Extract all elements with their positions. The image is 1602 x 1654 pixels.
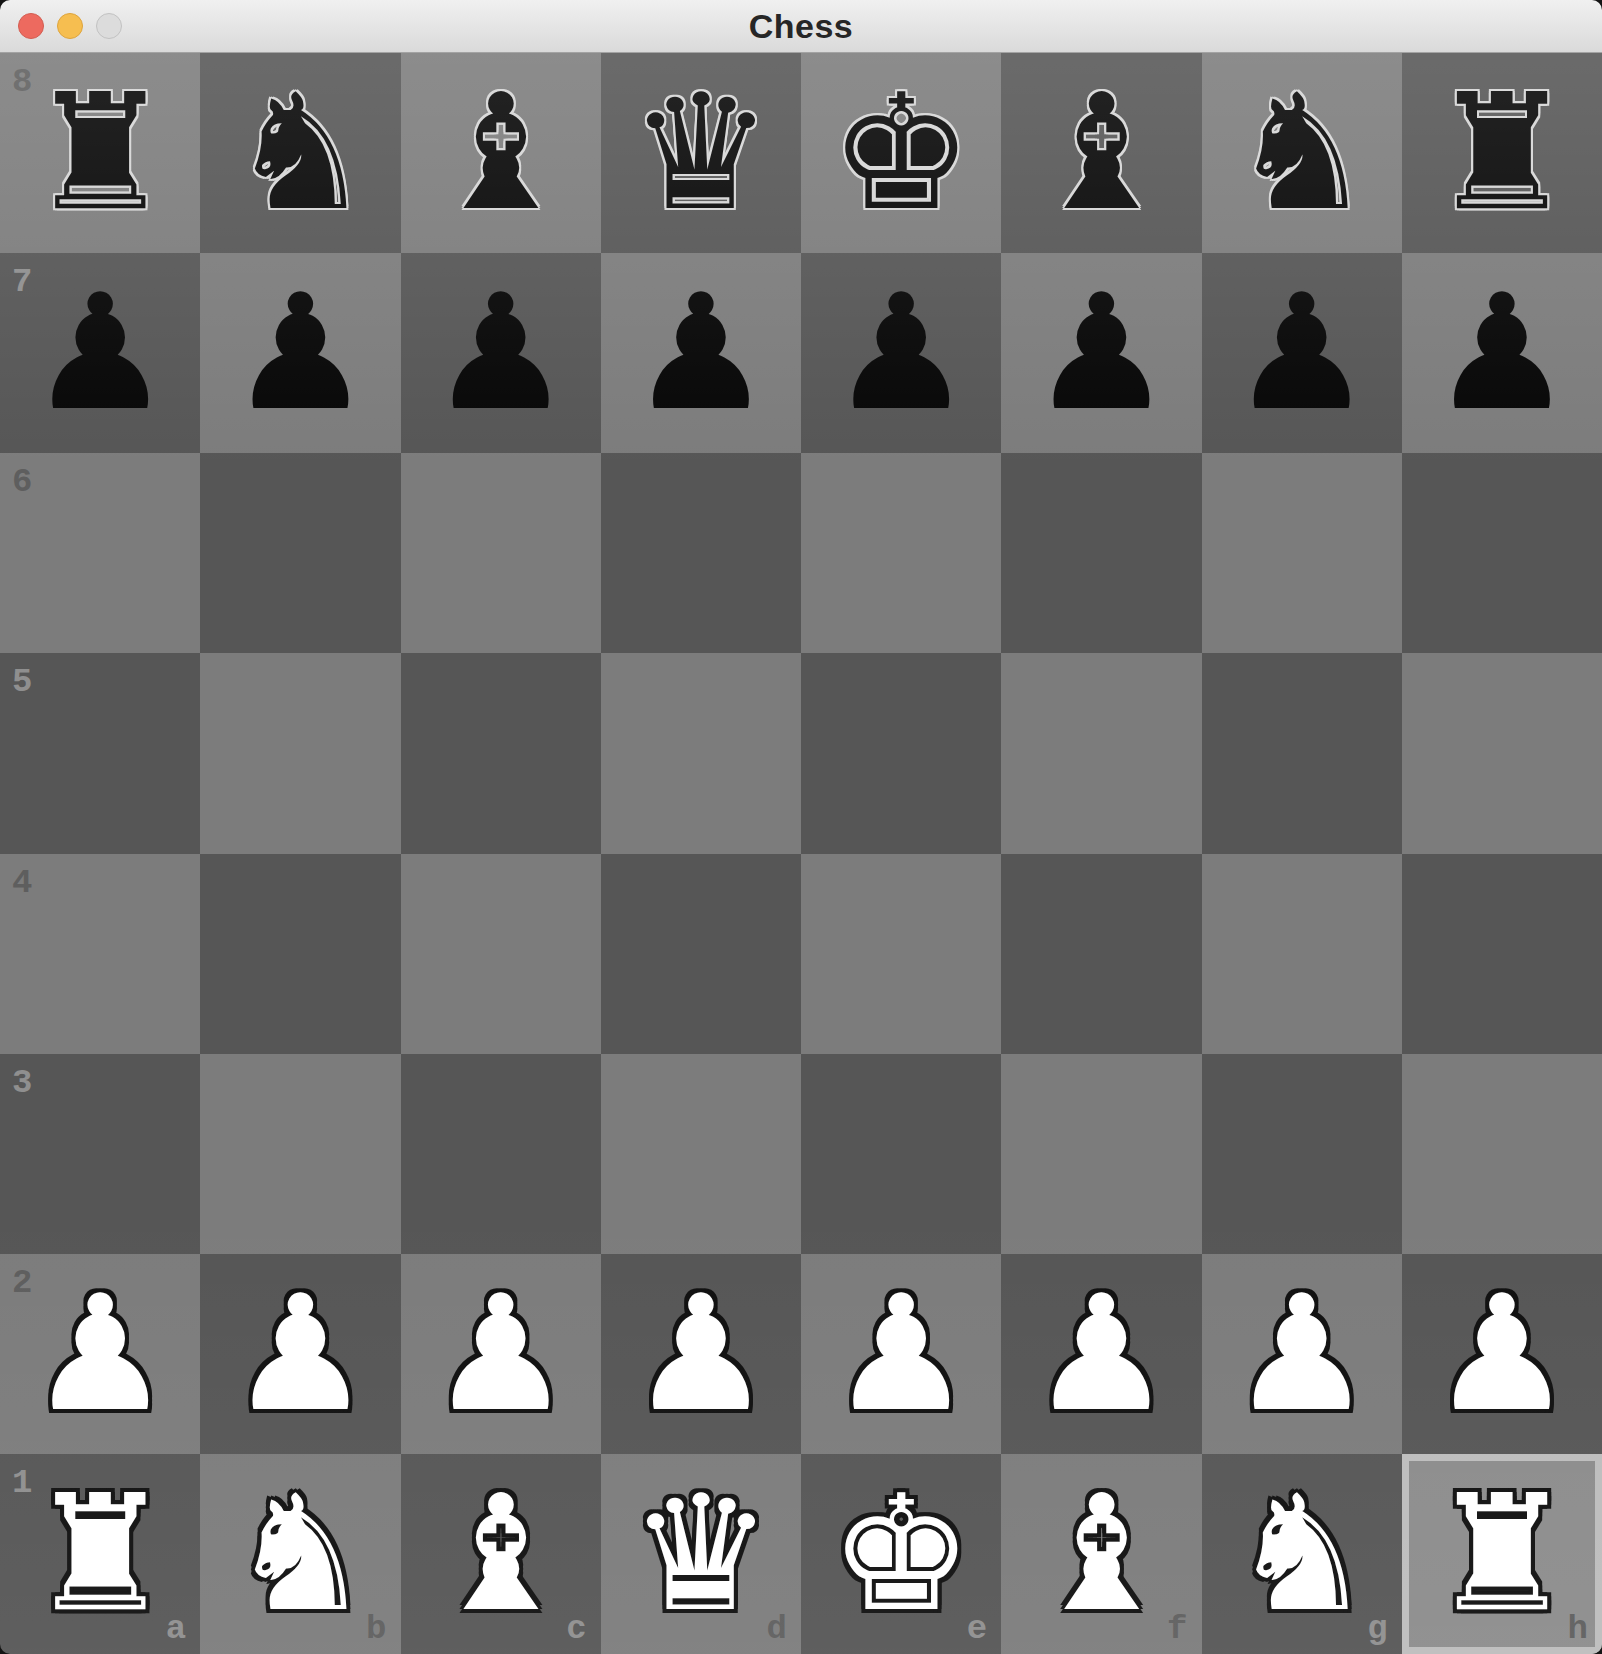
white-rook[interactable]: ♜ <box>1430 1474 1573 1634</box>
square-a4[interactable]: 4 <box>0 854 200 1054</box>
square-b5[interactable] <box>200 653 400 853</box>
square-b1[interactable]: b♞ <box>200 1454 400 1654</box>
square-e7[interactable]: ♟ <box>801 253 1001 453</box>
square-b2[interactable]: ♟ <box>200 1254 400 1454</box>
white-rook[interactable]: ♜ <box>28 1474 171 1634</box>
white-queen[interactable]: ♛ <box>629 1474 772 1634</box>
square-f1[interactable]: f♝ <box>1001 1454 1201 1654</box>
square-h2[interactable]: ♟ <box>1402 1254 1602 1454</box>
square-h6[interactable] <box>1402 453 1602 653</box>
square-b8[interactable]: ♞ <box>200 53 400 253</box>
chess-board: 8♜♞♝♛♚♝♞♜7♟♟♟♟♟♟♟♟65432♟♟♟♟♟♟♟♟1a♜b♞c♝d♛… <box>0 53 1602 1654</box>
square-e3[interactable] <box>801 1054 1001 1254</box>
square-g3[interactable] <box>1202 1054 1402 1254</box>
file-label-a: a <box>166 1612 186 1646</box>
square-b3[interactable] <box>200 1054 400 1254</box>
square-f2[interactable]: ♟ <box>1001 1254 1201 1454</box>
square-g5[interactable] <box>1202 653 1402 853</box>
chess-app-window: Chess 8♜♞♝♛♚♝♞♜7♟♟♟♟♟♟♟♟65432♟♟♟♟♟♟♟♟1a♜… <box>0 0 1602 1654</box>
black-knight[interactable]: ♞ <box>1230 73 1373 233</box>
file-label-c: c <box>566 1612 586 1646</box>
square-d7[interactable]: ♟ <box>601 253 801 453</box>
square-h3[interactable] <box>1402 1054 1602 1254</box>
rank-label-8: 8 <box>12 65 32 99</box>
square-f7[interactable]: ♟ <box>1001 253 1201 453</box>
square-e5[interactable] <box>801 653 1001 853</box>
white-pawn[interactable]: ♟ <box>1230 1274 1373 1434</box>
square-c2[interactable]: ♟ <box>401 1254 601 1454</box>
square-d5[interactable] <box>601 653 801 853</box>
square-d8[interactable]: ♛ <box>601 53 801 253</box>
white-pawn[interactable]: ♟ <box>429 1274 572 1434</box>
white-pawn[interactable]: ♟ <box>629 1274 772 1434</box>
square-d3[interactable] <box>601 1054 801 1254</box>
file-label-h: h <box>1568 1612 1588 1646</box>
square-g2[interactable]: ♟ <box>1202 1254 1402 1454</box>
square-b7[interactable]: ♟ <box>200 253 400 453</box>
white-knight[interactable]: ♞ <box>1230 1474 1373 1634</box>
white-pawn[interactable]: ♟ <box>229 1274 372 1434</box>
black-pawn[interactable]: ♟ <box>1230 273 1373 433</box>
square-f3[interactable] <box>1001 1054 1201 1254</box>
white-knight[interactable]: ♞ <box>229 1474 372 1634</box>
square-f5[interactable] <box>1001 653 1201 853</box>
file-label-b: b <box>366 1612 386 1646</box>
square-b4[interactable] <box>200 854 400 1054</box>
square-a6[interactable]: 6 <box>0 453 200 653</box>
black-pawn[interactable]: ♟ <box>629 273 772 433</box>
square-a7[interactable]: 7♟ <box>0 253 200 453</box>
zoom-button[interactable] <box>96 13 122 39</box>
title-bar[interactable]: Chess <box>0 0 1602 53</box>
square-g8[interactable]: ♞ <box>1202 53 1402 253</box>
white-pawn[interactable]: ♟ <box>1030 1274 1173 1434</box>
rank-label-7: 7 <box>12 265 32 299</box>
white-pawn[interactable]: ♟ <box>1430 1274 1573 1434</box>
black-pawn[interactable]: ♟ <box>429 273 572 433</box>
black-pawn[interactable]: ♟ <box>28 273 171 433</box>
white-pawn[interactable]: ♟ <box>28 1274 171 1434</box>
square-d1[interactable]: d♛ <box>601 1454 801 1654</box>
square-h4[interactable] <box>1402 854 1602 1054</box>
white-bishop[interactable]: ♝ <box>1030 1474 1173 1634</box>
black-king[interactable]: ♚ <box>829 73 972 233</box>
square-f8[interactable]: ♝ <box>1001 53 1201 253</box>
rank-label-4: 4 <box>12 866 32 900</box>
square-a2[interactable]: 2♟ <box>0 1254 200 1454</box>
square-c6[interactable] <box>401 453 601 653</box>
square-c5[interactable] <box>401 653 601 853</box>
square-g7[interactable]: ♟ <box>1202 253 1402 453</box>
square-g1[interactable]: g♞ <box>1202 1454 1402 1654</box>
file-label-d: d <box>767 1612 787 1646</box>
black-pawn[interactable]: ♟ <box>829 273 972 433</box>
square-d2[interactable]: ♟ <box>601 1254 801 1454</box>
black-queen[interactable]: ♛ <box>629 73 772 233</box>
minimize-button[interactable] <box>57 13 83 39</box>
rank-label-5: 5 <box>12 665 32 699</box>
square-e8[interactable]: ♚ <box>801 53 1001 253</box>
square-f4[interactable] <box>1001 854 1201 1054</box>
square-c4[interactable] <box>401 854 601 1054</box>
square-h7[interactable]: ♟ <box>1402 253 1602 453</box>
square-c3[interactable] <box>401 1054 601 1254</box>
square-e4[interactable] <box>801 854 1001 1054</box>
black-pawn[interactable]: ♟ <box>229 273 372 433</box>
white-king[interactable]: ♚ <box>829 1474 972 1634</box>
square-c7[interactable]: ♟ <box>401 253 601 453</box>
black-rook[interactable]: ♜ <box>28 73 171 233</box>
rank-label-2: 2 <box>12 1266 32 1300</box>
traffic-light-buttons <box>18 13 122 39</box>
square-c1[interactable]: c♝ <box>401 1454 601 1654</box>
square-h1[interactable]: h♜ <box>1402 1454 1602 1654</box>
white-bishop[interactable]: ♝ <box>429 1474 572 1634</box>
square-h5[interactable] <box>1402 653 1602 853</box>
close-button[interactable] <box>18 13 44 39</box>
rank-label-1: 1 <box>12 1466 32 1500</box>
file-label-e: e <box>967 1612 987 1646</box>
file-label-f: f <box>1167 1612 1187 1646</box>
rank-label-6: 6 <box>12 465 32 499</box>
square-d4[interactable] <box>601 854 801 1054</box>
file-label-g: g <box>1367 1612 1387 1646</box>
black-bishop[interactable]: ♝ <box>1030 73 1173 233</box>
square-b6[interactable] <box>200 453 400 653</box>
square-f6[interactable] <box>1001 453 1201 653</box>
square-c8[interactable]: ♝ <box>401 53 601 253</box>
black-bishop[interactable]: ♝ <box>429 73 572 233</box>
window-title: Chess <box>0 7 1602 46</box>
square-d6[interactable] <box>601 453 801 653</box>
square-h8[interactable]: ♜ <box>1402 53 1602 253</box>
square-a1[interactable]: 1a♜ <box>0 1454 200 1654</box>
black-rook[interactable]: ♜ <box>1430 73 1573 233</box>
square-a8[interactable]: 8♜ <box>0 53 200 253</box>
square-e6[interactable] <box>801 453 1001 653</box>
rank-label-3: 3 <box>12 1066 32 1100</box>
square-e2[interactable]: ♟ <box>801 1254 1001 1454</box>
square-e1[interactable]: e♚ <box>801 1454 1001 1654</box>
black-knight[interactable]: ♞ <box>229 73 372 233</box>
square-g4[interactable] <box>1202 854 1402 1054</box>
square-g6[interactable] <box>1202 453 1402 653</box>
square-a5[interactable]: 5 <box>0 653 200 853</box>
white-pawn[interactable]: ♟ <box>829 1274 972 1434</box>
square-a3[interactable]: 3 <box>0 1054 200 1254</box>
black-pawn[interactable]: ♟ <box>1430 273 1573 433</box>
black-pawn[interactable]: ♟ <box>1030 273 1173 433</box>
